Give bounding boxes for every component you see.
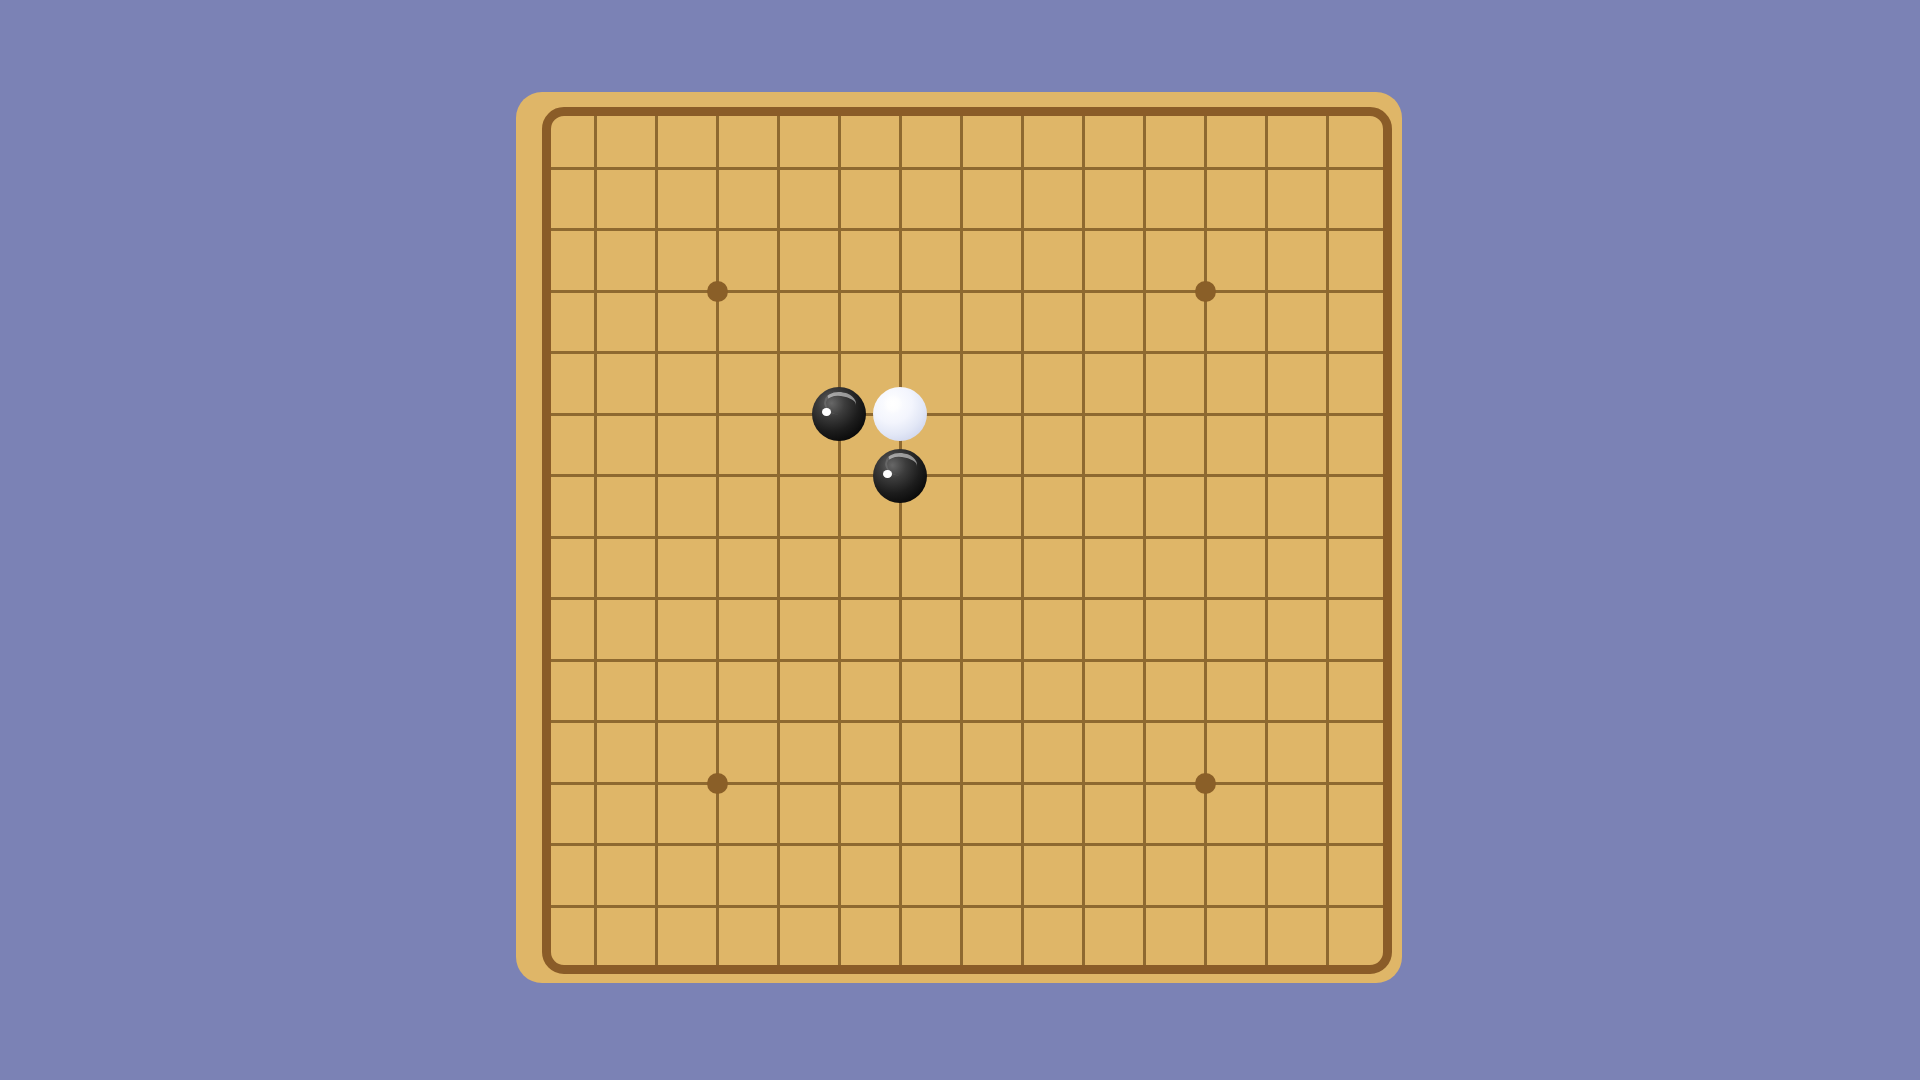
star-point-4-4 xyxy=(707,281,728,302)
black-stone-g7 xyxy=(873,449,927,503)
board-frame-line xyxy=(542,107,1392,974)
gomoku-board[interactable] xyxy=(516,92,1402,983)
star-point-12-12 xyxy=(1195,773,1216,794)
black-stone-f6 xyxy=(812,387,866,441)
star-point-12-4 xyxy=(1195,281,1216,302)
star-point-4-12 xyxy=(707,773,728,794)
app-background xyxy=(0,0,1920,1080)
white-stone-g6 xyxy=(873,387,927,441)
